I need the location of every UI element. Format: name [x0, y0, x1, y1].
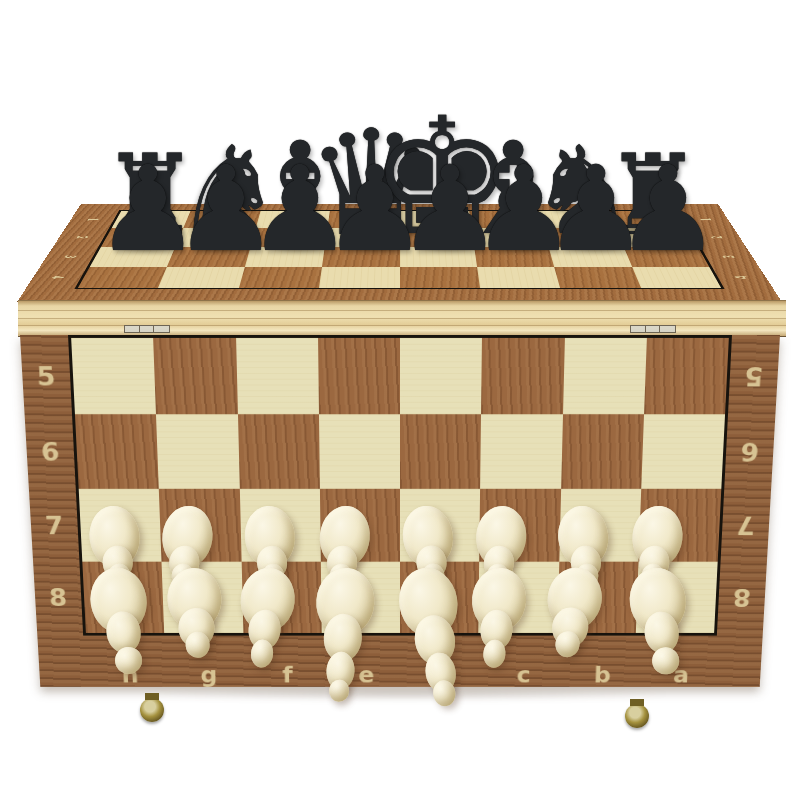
- square-e5: [318, 338, 400, 414]
- square-d5: [400, 338, 482, 414]
- front-rank-label-right-6: 6: [740, 437, 760, 466]
- square-e6: [319, 414, 400, 489]
- front-rank-label-left-6: 6: [40, 437, 60, 466]
- square-f5: [236, 338, 319, 414]
- file-label-b: b: [594, 662, 612, 688]
- hinge-right: [630, 325, 676, 333]
- file-label-f: f: [282, 662, 293, 688]
- lid-rank-label-right-3: 3: [720, 255, 738, 258]
- front-rank-label-right-5: 5: [744, 361, 764, 391]
- lid-rank-label-right-4: 4: [732, 276, 751, 279]
- chess-box-scene: 11223344 55667788hgfedcba ♜♞♝♛♚♝♞♜♟♟♟♟♟♟…: [0, 0, 800, 800]
- square-f6: [237, 414, 319, 489]
- file-label-g: g: [200, 662, 218, 688]
- square-b5: [563, 338, 647, 414]
- caster-wheel-left: [140, 698, 164, 722]
- black-pawn-a2: ♟: [615, 150, 721, 268]
- square-a6: [641, 414, 725, 489]
- box-edge-plywood-strip: [18, 300, 786, 337]
- front-rank-label-right-8: 8: [732, 583, 752, 611]
- front-rank-label-left-8: 8: [48, 583, 68, 611]
- front-rank-label-left-5: 5: [36, 361, 56, 391]
- front-rank-label-right-7: 7: [736, 511, 756, 540]
- square-a5: [644, 338, 729, 414]
- caster-wheel-right: [625, 704, 649, 728]
- file-label-e: e: [358, 662, 374, 688]
- lid-rank-label-left-4: 4: [47, 276, 66, 279]
- front-rank-label-left-7: 7: [44, 511, 64, 540]
- square-g5: [153, 338, 237, 414]
- square-g6: [156, 414, 239, 489]
- square-h6: [75, 414, 159, 489]
- square-c6: [480, 414, 562, 489]
- square-d6: [400, 414, 481, 489]
- square-b6: [561, 414, 644, 489]
- file-label-c: c: [517, 662, 532, 688]
- ground-shadow: [130, 688, 680, 700]
- lid-rank-label-left-2: 2: [73, 236, 91, 239]
- square-h5: [71, 338, 156, 414]
- lid-rank-label-left-3: 3: [60, 255, 78, 258]
- plywood-lamination-line: [18, 310, 786, 311]
- square-c5: [481, 338, 564, 414]
- plywood-lamination-line: [18, 318, 786, 319]
- hinge-left: [124, 325, 170, 333]
